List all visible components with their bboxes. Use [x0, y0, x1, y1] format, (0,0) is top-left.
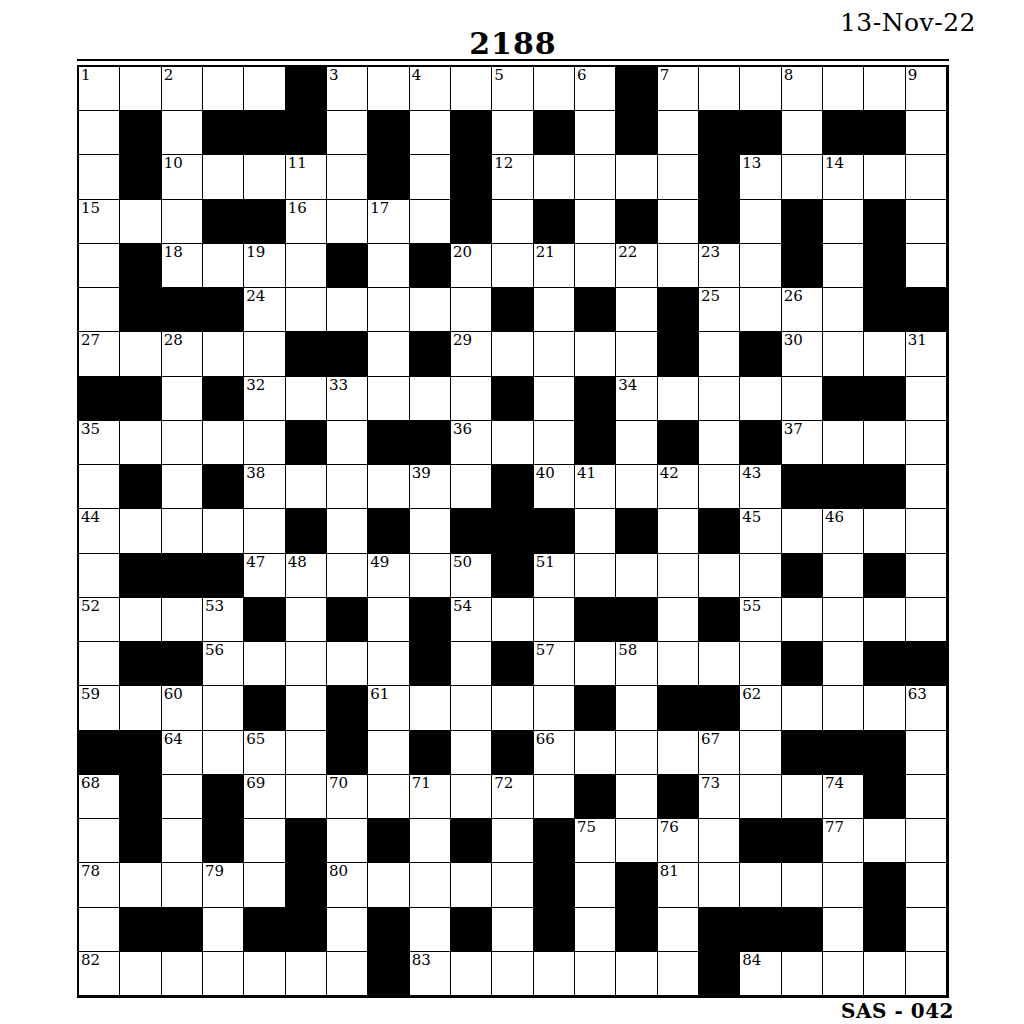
white-cell[interactable]: [244, 67, 285, 111]
white-cell[interactable]: [162, 598, 203, 642]
white-cell[interactable]: [906, 554, 947, 598]
white-cell[interactable]: [410, 863, 451, 907]
white-cell[interactable]: [534, 377, 575, 421]
white-cell[interactable]: [575, 731, 616, 775]
white-cell[interactable]: 27: [79, 332, 120, 376]
white-cell[interactable]: [79, 244, 120, 288]
white-cell[interactable]: [492, 819, 533, 863]
white-cell[interactable]: 54: [451, 598, 492, 642]
white-cell[interactable]: 48: [286, 554, 327, 598]
white-cell[interactable]: [203, 509, 244, 553]
white-cell[interactable]: [616, 952, 657, 996]
white-cell[interactable]: 56: [203, 642, 244, 686]
white-cell[interactable]: 66: [534, 731, 575, 775]
white-cell[interactable]: [864, 598, 905, 642]
white-cell[interactable]: [658, 155, 699, 199]
white-cell[interactable]: [740, 642, 781, 686]
white-cell[interactable]: [203, 421, 244, 465]
white-cell[interactable]: [782, 686, 823, 730]
white-cell[interactable]: 25: [699, 288, 740, 332]
white-cell[interactable]: [534, 332, 575, 376]
white-cell[interactable]: [864, 155, 905, 199]
white-cell[interactable]: 7: [658, 67, 699, 111]
white-cell[interactable]: [327, 288, 368, 332]
white-cell[interactable]: 81: [658, 863, 699, 907]
white-cell[interactable]: [451, 952, 492, 996]
white-cell[interactable]: 45: [740, 509, 781, 553]
white-cell[interactable]: [368, 288, 409, 332]
white-cell[interactable]: 10: [162, 155, 203, 199]
white-cell[interactable]: [368, 598, 409, 642]
white-cell[interactable]: 13: [740, 155, 781, 199]
white-cell[interactable]: 49: [368, 554, 409, 598]
white-cell[interactable]: [575, 952, 616, 996]
white-cell[interactable]: 37: [782, 421, 823, 465]
white-cell[interactable]: 58: [616, 642, 657, 686]
white-cell[interactable]: [162, 863, 203, 907]
white-cell[interactable]: 4: [410, 67, 451, 111]
white-cell[interactable]: [244, 819, 285, 863]
white-cell[interactable]: [616, 686, 657, 730]
white-cell[interactable]: [616, 155, 657, 199]
white-cell[interactable]: [658, 598, 699, 642]
white-cell[interactable]: [699, 332, 740, 376]
white-cell[interactable]: [534, 421, 575, 465]
white-cell[interactable]: 42: [658, 465, 699, 509]
white-cell[interactable]: [327, 952, 368, 996]
white-cell[interactable]: 12: [492, 155, 533, 199]
white-cell[interactable]: 62: [740, 686, 781, 730]
white-cell[interactable]: [823, 200, 864, 244]
white-cell[interactable]: [327, 819, 368, 863]
white-cell[interactable]: [534, 598, 575, 642]
white-cell[interactable]: [616, 731, 657, 775]
white-cell[interactable]: [327, 554, 368, 598]
white-cell[interactable]: [864, 332, 905, 376]
white-cell[interactable]: 61: [368, 686, 409, 730]
white-cell[interactable]: 69: [244, 775, 285, 819]
white-cell[interactable]: [451, 642, 492, 686]
white-cell[interactable]: [534, 775, 575, 819]
white-cell[interactable]: [286, 731, 327, 775]
white-cell[interactable]: 8: [782, 67, 823, 111]
white-cell[interactable]: 35: [79, 421, 120, 465]
white-cell[interactable]: [906, 421, 947, 465]
white-cell[interactable]: [368, 775, 409, 819]
white-cell[interactable]: [451, 465, 492, 509]
white-cell[interactable]: [410, 155, 451, 199]
white-cell[interactable]: [658, 509, 699, 553]
white-cell[interactable]: [864, 509, 905, 553]
white-cell[interactable]: [79, 155, 120, 199]
white-cell[interactable]: [410, 908, 451, 952]
white-cell[interactable]: [244, 421, 285, 465]
white-cell[interactable]: [823, 952, 864, 996]
white-cell[interactable]: [286, 952, 327, 996]
white-cell[interactable]: [410, 111, 451, 155]
white-cell[interactable]: [740, 244, 781, 288]
white-cell[interactable]: [327, 421, 368, 465]
white-cell[interactable]: [451, 686, 492, 730]
white-cell[interactable]: [864, 686, 905, 730]
white-cell[interactable]: [79, 908, 120, 952]
white-cell[interactable]: [244, 642, 285, 686]
white-cell[interactable]: [782, 155, 823, 199]
white-cell[interactable]: [658, 200, 699, 244]
white-cell[interactable]: [244, 155, 285, 199]
white-cell[interactable]: 57: [534, 642, 575, 686]
white-cell[interactable]: [699, 863, 740, 907]
white-cell[interactable]: 17: [368, 200, 409, 244]
white-cell[interactable]: [327, 509, 368, 553]
white-cell[interactable]: [906, 377, 947, 421]
white-cell[interactable]: [162, 775, 203, 819]
white-cell[interactable]: [410, 686, 451, 730]
white-cell[interactable]: [658, 244, 699, 288]
white-cell[interactable]: [823, 686, 864, 730]
white-cell[interactable]: [162, 200, 203, 244]
white-cell[interactable]: [906, 775, 947, 819]
white-cell[interactable]: [699, 819, 740, 863]
white-cell[interactable]: [699, 465, 740, 509]
white-cell[interactable]: [906, 200, 947, 244]
white-cell[interactable]: [906, 465, 947, 509]
white-cell[interactable]: [120, 421, 161, 465]
white-cell[interactable]: [451, 377, 492, 421]
white-cell[interactable]: 64: [162, 731, 203, 775]
white-cell[interactable]: [368, 465, 409, 509]
white-cell[interactable]: [823, 554, 864, 598]
white-cell[interactable]: [740, 775, 781, 819]
white-cell[interactable]: [575, 509, 616, 553]
white-cell[interactable]: [823, 421, 864, 465]
white-cell[interactable]: [203, 952, 244, 996]
white-cell[interactable]: [616, 819, 657, 863]
white-cell[interactable]: [782, 509, 823, 553]
white-cell[interactable]: [286, 642, 327, 686]
white-cell[interactable]: [906, 509, 947, 553]
white-cell[interactable]: 75: [575, 819, 616, 863]
white-cell[interactable]: [658, 642, 699, 686]
white-cell[interactable]: [906, 244, 947, 288]
white-cell[interactable]: 33: [327, 377, 368, 421]
white-cell[interactable]: [327, 200, 368, 244]
white-cell[interactable]: 24: [244, 288, 285, 332]
white-cell[interactable]: [410, 819, 451, 863]
white-cell[interactable]: [864, 421, 905, 465]
white-cell[interactable]: [906, 819, 947, 863]
white-cell[interactable]: [368, 332, 409, 376]
white-cell[interactable]: [244, 509, 285, 553]
white-cell[interactable]: [162, 952, 203, 996]
white-cell[interactable]: [368, 244, 409, 288]
white-cell[interactable]: [740, 731, 781, 775]
white-cell[interactable]: 78: [79, 863, 120, 907]
white-cell[interactable]: 36: [451, 421, 492, 465]
white-cell[interactable]: 74: [823, 775, 864, 819]
white-cell[interactable]: [451, 731, 492, 775]
white-cell[interactable]: [575, 155, 616, 199]
white-cell[interactable]: [368, 67, 409, 111]
white-cell[interactable]: [864, 819, 905, 863]
white-cell[interactable]: [203, 731, 244, 775]
white-cell[interactable]: [162, 111, 203, 155]
white-cell[interactable]: [410, 509, 451, 553]
white-cell[interactable]: [492, 111, 533, 155]
white-cell[interactable]: [823, 244, 864, 288]
white-cell[interactable]: 16: [286, 200, 327, 244]
white-cell[interactable]: 79: [203, 863, 244, 907]
white-cell[interactable]: [368, 377, 409, 421]
white-cell[interactable]: [79, 642, 120, 686]
white-cell[interactable]: 6: [575, 67, 616, 111]
white-cell[interactable]: [203, 686, 244, 730]
white-cell[interactable]: 84: [740, 952, 781, 996]
white-cell[interactable]: 1: [79, 67, 120, 111]
white-cell[interactable]: 52: [79, 598, 120, 642]
white-cell[interactable]: 68: [79, 775, 120, 819]
white-cell[interactable]: [658, 952, 699, 996]
white-cell[interactable]: 71: [410, 775, 451, 819]
white-cell[interactable]: [534, 686, 575, 730]
white-cell[interactable]: [575, 332, 616, 376]
white-cell[interactable]: [575, 863, 616, 907]
white-cell[interactable]: [534, 155, 575, 199]
white-cell[interactable]: [534, 952, 575, 996]
white-cell[interactable]: [79, 288, 120, 332]
white-cell[interactable]: [906, 863, 947, 907]
white-cell[interactable]: [451, 67, 492, 111]
white-cell[interactable]: [823, 908, 864, 952]
white-cell[interactable]: [492, 952, 533, 996]
white-cell[interactable]: [823, 642, 864, 686]
white-cell[interactable]: [740, 863, 781, 907]
white-cell[interactable]: [782, 111, 823, 155]
white-cell[interactable]: 63: [906, 686, 947, 730]
white-cell[interactable]: [368, 731, 409, 775]
white-cell[interactable]: 20: [451, 244, 492, 288]
white-cell[interactable]: [368, 642, 409, 686]
white-cell[interactable]: 55: [740, 598, 781, 642]
white-cell[interactable]: [782, 377, 823, 421]
white-cell[interactable]: [658, 731, 699, 775]
white-cell[interactable]: [699, 642, 740, 686]
white-cell[interactable]: 65: [244, 731, 285, 775]
white-cell[interactable]: [616, 288, 657, 332]
white-cell[interactable]: [782, 775, 823, 819]
white-cell[interactable]: 80: [327, 863, 368, 907]
white-cell[interactable]: 22: [616, 244, 657, 288]
white-cell[interactable]: [327, 465, 368, 509]
white-cell[interactable]: [203, 332, 244, 376]
white-cell[interactable]: 2: [162, 67, 203, 111]
white-cell[interactable]: [162, 465, 203, 509]
white-cell[interactable]: [327, 111, 368, 155]
white-cell[interactable]: [534, 288, 575, 332]
white-cell[interactable]: 39: [410, 465, 451, 509]
white-cell[interactable]: 3: [327, 67, 368, 111]
white-cell[interactable]: [906, 155, 947, 199]
white-cell[interactable]: 11: [286, 155, 327, 199]
white-cell[interactable]: [864, 952, 905, 996]
white-cell[interactable]: [658, 908, 699, 952]
white-cell[interactable]: [864, 67, 905, 111]
white-cell[interactable]: [120, 200, 161, 244]
white-cell[interactable]: [534, 67, 575, 111]
white-cell[interactable]: 38: [244, 465, 285, 509]
white-cell[interactable]: 46: [823, 509, 864, 553]
white-cell[interactable]: [203, 244, 244, 288]
white-cell[interactable]: [658, 554, 699, 598]
white-cell[interactable]: [120, 686, 161, 730]
white-cell[interactable]: [616, 332, 657, 376]
white-cell[interactable]: 18: [162, 244, 203, 288]
white-cell[interactable]: 82: [79, 952, 120, 996]
white-cell[interactable]: 70: [327, 775, 368, 819]
white-cell[interactable]: 30: [782, 332, 823, 376]
white-cell[interactable]: [658, 111, 699, 155]
white-cell[interactable]: [492, 863, 533, 907]
white-cell[interactable]: [244, 952, 285, 996]
white-cell[interactable]: [162, 509, 203, 553]
white-cell[interactable]: [410, 288, 451, 332]
white-cell[interactable]: [79, 111, 120, 155]
white-cell[interactable]: [575, 111, 616, 155]
white-cell[interactable]: 67: [699, 731, 740, 775]
white-cell[interactable]: 15: [79, 200, 120, 244]
white-cell[interactable]: 21: [534, 244, 575, 288]
white-cell[interactable]: [410, 377, 451, 421]
white-cell[interactable]: [203, 155, 244, 199]
white-cell[interactable]: [492, 908, 533, 952]
white-cell[interactable]: [492, 686, 533, 730]
white-cell[interactable]: [368, 863, 409, 907]
white-cell[interactable]: 40: [534, 465, 575, 509]
white-cell[interactable]: [120, 67, 161, 111]
white-cell[interactable]: [575, 200, 616, 244]
white-cell[interactable]: 53: [203, 598, 244, 642]
white-cell[interactable]: [616, 775, 657, 819]
white-cell[interactable]: 59: [79, 686, 120, 730]
white-cell[interactable]: 29: [451, 332, 492, 376]
white-cell[interactable]: [782, 952, 823, 996]
white-cell[interactable]: 50: [451, 554, 492, 598]
white-cell[interactable]: 34: [616, 377, 657, 421]
white-cell[interactable]: [120, 863, 161, 907]
white-cell[interactable]: [203, 67, 244, 111]
white-cell[interactable]: [823, 332, 864, 376]
white-cell[interactable]: 60: [162, 686, 203, 730]
white-cell[interactable]: 51: [534, 554, 575, 598]
white-cell[interactable]: 23: [699, 244, 740, 288]
white-cell[interactable]: [286, 288, 327, 332]
white-cell[interactable]: 47: [244, 554, 285, 598]
white-cell[interactable]: [823, 67, 864, 111]
white-cell[interactable]: 5: [492, 67, 533, 111]
white-cell[interactable]: 72: [492, 775, 533, 819]
white-cell[interactable]: [492, 332, 533, 376]
white-cell[interactable]: [244, 332, 285, 376]
white-cell[interactable]: [203, 908, 244, 952]
white-cell[interactable]: [410, 554, 451, 598]
white-cell[interactable]: [575, 642, 616, 686]
white-cell[interactable]: [162, 377, 203, 421]
white-cell[interactable]: [79, 554, 120, 598]
white-cell[interactable]: [782, 598, 823, 642]
white-cell[interactable]: [120, 952, 161, 996]
white-cell[interactable]: [286, 377, 327, 421]
white-cell[interactable]: [740, 554, 781, 598]
white-cell[interactable]: [451, 863, 492, 907]
white-cell[interactable]: 76: [658, 819, 699, 863]
white-cell[interactable]: [699, 377, 740, 421]
white-cell[interactable]: [451, 775, 492, 819]
white-cell[interactable]: [492, 598, 533, 642]
white-cell[interactable]: [575, 908, 616, 952]
white-cell[interactable]: 9: [906, 67, 947, 111]
white-cell[interactable]: [162, 421, 203, 465]
white-cell[interactable]: [120, 332, 161, 376]
white-cell[interactable]: 28: [162, 332, 203, 376]
white-cell[interactable]: 32: [244, 377, 285, 421]
white-cell[interactable]: [327, 908, 368, 952]
white-cell[interactable]: [162, 819, 203, 863]
white-cell[interactable]: [906, 598, 947, 642]
white-cell[interactable]: 31: [906, 332, 947, 376]
white-cell[interactable]: [120, 509, 161, 553]
white-cell[interactable]: [286, 465, 327, 509]
white-cell[interactable]: [492, 421, 533, 465]
white-cell[interactable]: [906, 111, 947, 155]
white-cell[interactable]: [699, 421, 740, 465]
white-cell[interactable]: 19: [244, 244, 285, 288]
white-cell[interactable]: [699, 67, 740, 111]
white-cell[interactable]: [616, 421, 657, 465]
white-cell[interactable]: [327, 642, 368, 686]
white-cell[interactable]: 14: [823, 155, 864, 199]
white-cell[interactable]: [906, 908, 947, 952]
white-cell[interactable]: [575, 244, 616, 288]
white-cell[interactable]: [906, 952, 947, 996]
white-cell[interactable]: [451, 288, 492, 332]
white-cell[interactable]: [492, 244, 533, 288]
white-cell[interactable]: [823, 598, 864, 642]
white-cell[interactable]: [658, 377, 699, 421]
white-cell[interactable]: [79, 465, 120, 509]
white-cell[interactable]: [286, 244, 327, 288]
white-cell[interactable]: [699, 554, 740, 598]
white-cell[interactable]: [616, 465, 657, 509]
white-cell[interactable]: [740, 288, 781, 332]
white-cell[interactable]: [823, 288, 864, 332]
white-cell[interactable]: 83: [410, 952, 451, 996]
white-cell[interactable]: [286, 686, 327, 730]
white-cell[interactable]: 44: [79, 509, 120, 553]
white-cell[interactable]: [616, 554, 657, 598]
white-cell[interactable]: 43: [740, 465, 781, 509]
white-cell[interactable]: [740, 377, 781, 421]
white-cell[interactable]: [740, 200, 781, 244]
white-cell[interactable]: [327, 155, 368, 199]
white-cell[interactable]: [286, 775, 327, 819]
white-cell[interactable]: [906, 731, 947, 775]
white-cell[interactable]: [79, 819, 120, 863]
white-cell[interactable]: [575, 554, 616, 598]
white-cell[interactable]: 73: [699, 775, 740, 819]
white-cell[interactable]: 77: [823, 819, 864, 863]
white-cell[interactable]: [244, 863, 285, 907]
white-cell[interactable]: [740, 67, 781, 111]
